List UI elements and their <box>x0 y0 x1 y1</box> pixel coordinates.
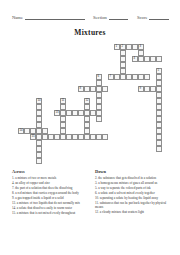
down-clue: 12. a cloudy mixture that scatters light <box>95 210 173 214</box>
section-input-line[interactable] <box>109 15 128 20</box>
across-clue: 7. the part of a solution that does the … <box>12 186 90 190</box>
down-clue: 10. separating a solute by heating the l… <box>95 196 173 200</box>
clue-number: 9 <box>139 87 141 90</box>
crossword-cell[interactable] <box>156 146 162 152</box>
across-clue: 4. an alloy of copper and zinc <box>12 181 90 185</box>
clue-number: 2 <box>121 45 123 48</box>
clue-number: 6 <box>97 75 99 78</box>
name-field: Name <box>12 15 85 20</box>
score-input-line[interactable] <box>149 15 169 20</box>
section-field: Section <box>93 15 128 20</box>
crossword-cell[interactable] <box>102 134 108 140</box>
crossword-grid: 123456789101112131415 <box>18 44 162 164</box>
crossword-cell[interactable] <box>36 158 42 164</box>
across-clue: 15. a mixture that is not mixed evenly t… <box>12 211 90 215</box>
page-title: Mixtures <box>0 28 180 37</box>
clue-number: 11 <box>61 99 64 102</box>
clue-number: 13 <box>55 111 58 114</box>
crossword-cell[interactable] <box>96 116 102 122</box>
clue-number: 12 <box>85 99 88 102</box>
across-heading: Across <box>12 169 25 174</box>
across-clue: 14. a solute that dissolves easily in wa… <box>12 206 90 210</box>
crossword-cell[interactable] <box>102 86 108 92</box>
crossword-cell[interactable] <box>144 74 150 80</box>
across-clue-list: 1. a mixture of two or more metals4. an … <box>12 176 90 216</box>
clue-number: 7 <box>109 75 111 78</box>
across-clue: 13. a mixture of two liquids that do not… <box>12 201 90 205</box>
down-clue: 11. substances that can be put back toge… <box>95 201 173 209</box>
clue-number: 3 <box>139 45 141 48</box>
clue-number: 5 <box>157 69 159 72</box>
score-field: Score <box>137 15 169 20</box>
down-clue: 3. a homogeneous mixture of gases all ar… <box>95 181 173 185</box>
down-clue: 6. a solute and a solvent mixed evenly t… <box>95 191 173 195</box>
clue-number: 10 <box>37 99 40 102</box>
across-clue: 9. a gas trapped inside a liquid or a so… <box>12 196 90 200</box>
down-clue: 2. the substance that gets dissolved in … <box>95 176 173 180</box>
clue-number: 1 <box>115 45 117 48</box>
section-label: Section <box>93 15 107 20</box>
crossword-cell[interactable] <box>156 56 162 62</box>
name-input-line[interactable] <box>25 15 85 20</box>
down-clue-list: 2. the substance that gets dissolved in … <box>95 176 173 215</box>
name-label: Name <box>12 15 23 20</box>
clue-number: 8 <box>79 87 81 90</box>
clue-number: 4 <box>133 57 135 60</box>
across-clue: 1. a mixture of two or more metals <box>12 176 90 180</box>
down-heading: Down <box>95 169 106 174</box>
across-clue: 8. a red mixture that carries oxygen aro… <box>12 191 90 195</box>
clue-number: 15 <box>31 135 34 138</box>
down-clue: 5. a way to separate the colored parts o… <box>95 186 173 190</box>
clue-number: 14 <box>19 129 22 132</box>
score-label: Score <box>137 15 147 20</box>
